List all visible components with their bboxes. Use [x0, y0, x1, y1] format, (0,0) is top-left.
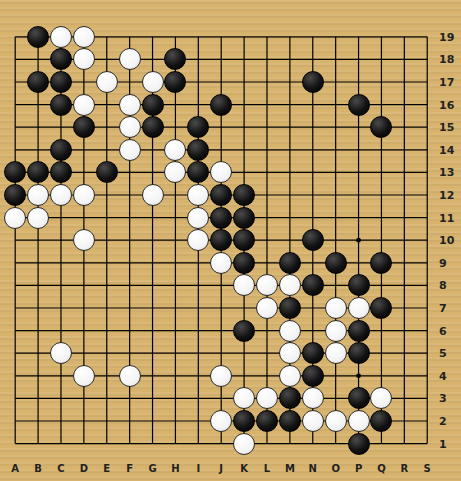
- column-label-A: A: [11, 463, 19, 474]
- white-stone-P7[interactable]: [348, 297, 370, 319]
- column-label-C: C: [57, 463, 64, 474]
- black-stone-C18[interactable]: [50, 48, 72, 70]
- black-stone-N17[interactable]: [302, 71, 324, 93]
- white-stone-H13[interactable]: [164, 161, 186, 183]
- black-stone-K10[interactable]: [233, 229, 255, 251]
- column-label-F: F: [126, 463, 133, 474]
- white-stone-J2[interactable]: [210, 410, 232, 432]
- black-stone-N10[interactable]: [302, 229, 324, 251]
- black-stone-P6[interactable]: [348, 320, 370, 342]
- black-stone-K2[interactable]: [233, 410, 255, 432]
- column-label-P: P: [355, 463, 362, 474]
- white-stone-B11[interactable]: [27, 207, 49, 229]
- row-label-1: 1: [439, 437, 447, 450]
- white-stone-H14[interactable]: [164, 139, 186, 161]
- row-label-11: 11: [439, 211, 454, 224]
- column-label-E: E: [103, 463, 110, 474]
- black-stone-B17[interactable]: [27, 71, 49, 93]
- row-label-4: 4: [439, 369, 447, 382]
- black-stone-G16[interactable]: [142, 94, 164, 116]
- white-stone-N3[interactable]: [302, 387, 324, 409]
- white-stone-O7[interactable]: [325, 297, 347, 319]
- white-stone-M5[interactable]: [279, 342, 301, 364]
- white-stone-J4[interactable]: [210, 365, 232, 387]
- white-stone-F15[interactable]: [119, 116, 141, 138]
- black-stone-A13[interactable]: [4, 161, 26, 183]
- white-stone-O6[interactable]: [325, 320, 347, 342]
- black-stone-C17[interactable]: [50, 71, 72, 93]
- black-stone-J12[interactable]: [210, 184, 232, 206]
- row-label-10: 10: [439, 234, 454, 247]
- white-stone-K1[interactable]: [233, 433, 255, 455]
- black-stone-K9[interactable]: [233, 252, 255, 274]
- black-stone-J11[interactable]: [210, 207, 232, 229]
- black-stone-P8[interactable]: [348, 274, 370, 296]
- white-stone-F16[interactable]: [119, 94, 141, 116]
- white-stone-I10[interactable]: [187, 229, 209, 251]
- black-stone-I15[interactable]: [187, 116, 209, 138]
- black-stone-H18[interactable]: [164, 48, 186, 70]
- column-label-N: N: [309, 463, 317, 474]
- black-stone-P16[interactable]: [348, 94, 370, 116]
- black-stone-J10[interactable]: [210, 229, 232, 251]
- column-label-B: B: [34, 463, 42, 474]
- black-stone-G15[interactable]: [142, 116, 164, 138]
- white-stone-F4[interactable]: [119, 365, 141, 387]
- row-label-15: 15: [439, 121, 454, 134]
- black-stone-C14[interactable]: [50, 139, 72, 161]
- white-stone-D16[interactable]: [73, 94, 95, 116]
- row-label-2: 2: [439, 415, 447, 428]
- black-stone-Q9[interactable]: [370, 252, 392, 274]
- white-stone-K8[interactable]: [233, 274, 255, 296]
- black-stone-M2[interactable]: [279, 410, 301, 432]
- white-stone-F18[interactable]: [119, 48, 141, 70]
- white-stone-O5[interactable]: [325, 342, 347, 364]
- black-stone-M9[interactable]: [279, 252, 301, 274]
- white-stone-K3[interactable]: [233, 387, 255, 409]
- black-stone-Q7[interactable]: [370, 297, 392, 319]
- white-stone-J13[interactable]: [210, 161, 232, 183]
- white-stone-D10[interactable]: [73, 229, 95, 251]
- black-stone-L2[interactable]: [256, 410, 278, 432]
- white-stone-D18[interactable]: [73, 48, 95, 70]
- row-label-16: 16: [439, 98, 454, 111]
- star-point: [356, 238, 361, 243]
- row-label-19: 19: [439, 30, 454, 43]
- black-stone-D15[interactable]: [73, 116, 95, 138]
- black-stone-E13[interactable]: [96, 161, 118, 183]
- go-board[interactable]: ABCDEFGHIJKLMNOPQRS191817161514131211109…: [0, 0, 461, 481]
- black-stone-B13[interactable]: [27, 161, 49, 183]
- column-label-G: G: [148, 463, 156, 474]
- row-label-3: 3: [439, 392, 447, 405]
- column-label-Q: Q: [377, 463, 386, 474]
- black-stone-C16[interactable]: [50, 94, 72, 116]
- row-label-17: 17: [439, 76, 454, 89]
- black-stone-Q2[interactable]: [370, 410, 392, 432]
- white-stone-N2[interactable]: [302, 410, 324, 432]
- black-stone-O9[interactable]: [325, 252, 347, 274]
- white-stone-D12[interactable]: [73, 184, 95, 206]
- row-label-14: 14: [439, 143, 454, 156]
- white-stone-M4[interactable]: [279, 365, 301, 387]
- column-label-M: M: [285, 463, 295, 474]
- row-label-7: 7: [439, 302, 447, 315]
- row-label-18: 18: [439, 53, 454, 66]
- black-stone-J16[interactable]: [210, 94, 232, 116]
- black-stone-A12[interactable]: [4, 184, 26, 206]
- row-label-9: 9: [439, 256, 447, 269]
- black-stone-K12[interactable]: [233, 184, 255, 206]
- column-label-O: O: [331, 463, 340, 474]
- black-stone-N8[interactable]: [302, 274, 324, 296]
- column-label-J: J: [219, 463, 223, 474]
- black-stone-I14[interactable]: [187, 139, 209, 161]
- column-label-H: H: [171, 463, 179, 474]
- white-stone-F14[interactable]: [119, 139, 141, 161]
- white-stone-E17[interactable]: [96, 71, 118, 93]
- column-label-D: D: [80, 463, 88, 474]
- white-stone-A11[interactable]: [4, 207, 26, 229]
- black-stone-K11[interactable]: [233, 207, 255, 229]
- black-stone-N4[interactable]: [302, 365, 324, 387]
- white-stone-O2[interactable]: [325, 410, 347, 432]
- white-stone-M6[interactable]: [279, 320, 301, 342]
- black-stone-P3[interactable]: [348, 387, 370, 409]
- white-stone-G12[interactable]: [142, 184, 164, 206]
- column-label-L: L: [264, 463, 270, 474]
- column-label-R: R: [400, 463, 408, 474]
- black-stone-K6[interactable]: [233, 320, 255, 342]
- white-stone-Q3[interactable]: [370, 387, 392, 409]
- column-label-K: K: [240, 463, 248, 474]
- white-stone-P2[interactable]: [348, 410, 370, 432]
- row-label-13: 13: [439, 166, 454, 179]
- row-label-12: 12: [439, 189, 454, 202]
- black-stone-B19[interactable]: [27, 26, 49, 48]
- column-label-I: I: [196, 463, 200, 474]
- black-stone-I13[interactable]: [187, 161, 209, 183]
- row-label-5: 5: [439, 347, 447, 360]
- white-stone-L7[interactable]: [256, 297, 278, 319]
- black-stone-N5[interactable]: [302, 342, 324, 364]
- black-stone-M7[interactable]: [279, 297, 301, 319]
- black-stone-C13[interactable]: [50, 161, 72, 183]
- black-stone-M3[interactable]: [279, 387, 301, 409]
- black-stone-P5[interactable]: [348, 342, 370, 364]
- black-stone-H17[interactable]: [164, 71, 186, 93]
- white-stone-B12[interactable]: [27, 184, 49, 206]
- white-stone-I12[interactable]: [187, 184, 209, 206]
- white-stone-L8[interactable]: [256, 274, 278, 296]
- black-stone-P1[interactable]: [348, 433, 370, 455]
- white-stone-D4[interactable]: [73, 365, 95, 387]
- row-label-6: 6: [439, 324, 447, 337]
- white-stone-C5[interactable]: [50, 342, 72, 364]
- star-point: [356, 373, 361, 378]
- white-stone-J9[interactable]: [210, 252, 232, 274]
- white-stone-D19[interactable]: [73, 26, 95, 48]
- white-stone-L3[interactable]: [256, 387, 278, 409]
- white-stone-I11[interactable]: [187, 207, 209, 229]
- black-stone-Q15[interactable]: [370, 116, 392, 138]
- white-stone-M8[interactable]: [279, 274, 301, 296]
- white-stone-G17[interactable]: [142, 71, 164, 93]
- white-stone-C12[interactable]: [50, 184, 72, 206]
- row-label-8: 8: [439, 279, 447, 292]
- white-stone-C19[interactable]: [50, 26, 72, 48]
- column-label-S: S: [424, 463, 431, 474]
